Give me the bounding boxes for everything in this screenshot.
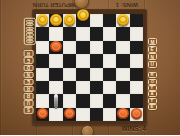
wooden-knob-bottom	[81, 125, 94, 136]
letter-tile: R	[24, 93, 34, 100]
letter-tile: E	[148, 46, 158, 53]
letter-tile: T	[25, 30, 34, 33]
letter-tile: E	[24, 79, 34, 86]
letter-tile: R	[148, 72, 158, 78]
edge-on-piece[interactable]	[54, 94, 59, 108]
board-frame	[32, 9, 147, 125]
yellow-piece-r0c0[interactable]	[37, 14, 49, 26]
letter-tile: M	[148, 38, 158, 45]
letter-tile: R	[24, 50, 34, 57]
computer-wins-counter: WINS: 1	[114, 1, 140, 8]
letter-tile: S	[25, 33, 34, 36]
letter-tile: N	[148, 53, 158, 60]
surrender-button[interactable]: SURRENDER	[24, 50, 34, 114]
letter-tile: U	[148, 61, 158, 68]
letter-tile: A	[25, 26, 34, 29]
letter-tile: O	[148, 79, 158, 85]
menu-button[interactable]: MENU	[148, 38, 158, 68]
letter-tile: U	[24, 100, 34, 107]
letter-tile: T	[25, 20, 34, 23]
player-wins-counter: WINS: 4	[106, 125, 146, 132]
red-piece-r7c7[interactable]	[131, 108, 143, 120]
pieces-layer	[36, 14, 143, 121]
wooden-knob-top	[74, 0, 89, 9]
yellow-piece-r0c6[interactable]	[117, 14, 129, 26]
yellow-piece-r0c2[interactable]	[64, 14, 76, 26]
letter-tile: S	[24, 107, 34, 114]
letter-tile: N	[24, 72, 34, 79]
letter-tile: E	[148, 104, 158, 110]
letter-tile: R	[25, 23, 34, 26]
letter-tile: R	[24, 86, 34, 93]
red-piece-r7c6[interactable]	[117, 108, 129, 120]
checkers-game-screen: COMPUTER TURN WINS: 1 WINS: 4 RESTART SU…	[0, 0, 180, 135]
letter-tile: E	[24, 57, 34, 64]
yellow-piece-r0c1[interactable]	[50, 14, 62, 26]
letter-tile: T	[148, 85, 158, 91]
rotate-button[interactable]: ROTATE	[148, 72, 158, 110]
letter-tile: E	[25, 37, 34, 40]
letter-tile: T	[148, 98, 158, 104]
red-piece-r2c1[interactable]	[50, 41, 62, 53]
letter-tile: D	[24, 64, 34, 71]
letter-tile: A	[148, 91, 158, 97]
restart-button[interactable]: RESTART	[24, 18, 36, 45]
red-piece-r7c2[interactable]	[64, 108, 76, 120]
red-piece-r7c0[interactable]	[37, 108, 49, 120]
letter-tile: R	[25, 40, 34, 43]
